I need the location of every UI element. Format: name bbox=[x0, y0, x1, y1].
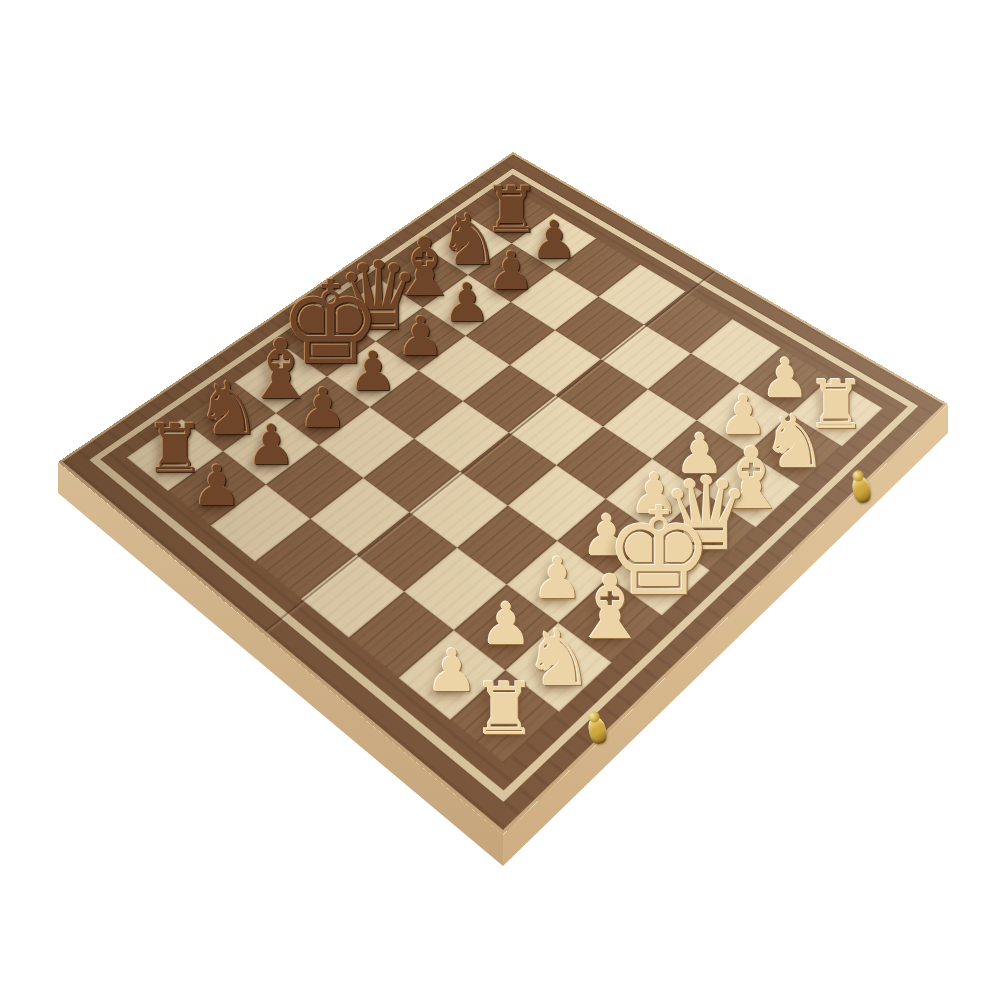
chess-board bbox=[58, 152, 948, 835]
board-squares bbox=[127, 189, 883, 764]
product-photo: ♜♞♝♚♛♝♞♜♟♟♟♟♟♟♟♟♟♟♟♟♟♟♟♟♜♞♝♚♛♝♞♜ bbox=[0, 0, 1000, 1000]
